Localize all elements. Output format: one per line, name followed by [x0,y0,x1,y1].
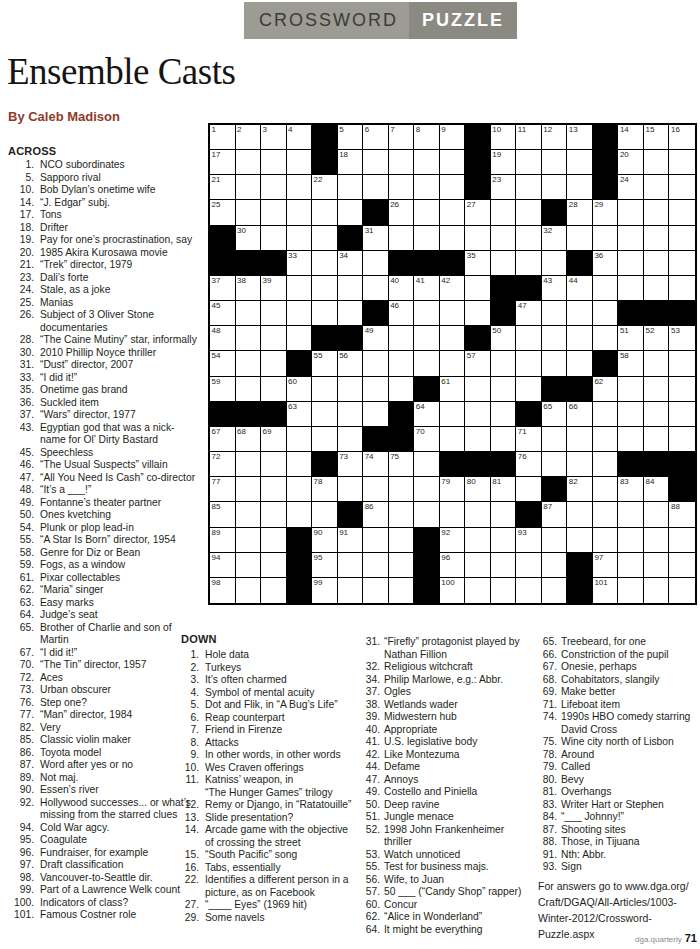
cell-r3c6[interactable] [338,175,364,200]
cell-r15c17[interactable]: 83 [618,477,644,502]
cell-r17c1[interactable]: 89 [210,528,236,553]
cell-r16c12[interactable] [491,502,517,527]
cell-r1c19[interactable]: 16 [669,125,695,150]
cell-r14c1[interactable]: 72 [210,452,236,477]
cell-r19c5[interactable]: 99 [312,578,338,603]
cell-r7c6[interactable] [338,276,364,301]
cell-r17c14[interactable] [542,528,568,553]
cell-r4c4[interactable] [287,200,313,225]
cell-r19c17[interactable] [618,578,644,603]
cell-r1c14[interactable]: 12 [542,125,568,150]
cell-r5c12[interactable] [491,226,517,251]
cell-r9c2[interactable] [236,326,262,351]
cell-r17c2[interactable] [236,528,262,553]
cell-r19c18[interactable] [644,578,670,603]
cell-r2c10[interactable] [440,150,466,175]
cell-r10c15[interactable] [567,351,593,376]
cell-r13c6[interactable] [338,427,364,452]
cell-r12c9[interactable]: 64 [414,402,440,427]
cell-r19c7[interactable] [363,578,389,603]
cell-r4c18[interactable] [644,200,670,225]
cell-r7c19[interactable] [669,276,695,301]
cell-r13c15[interactable] [567,427,593,452]
cell-r16c14[interactable]: 87 [542,502,568,527]
cell-r15c13[interactable] [516,477,542,502]
cell-r15c4[interactable] [287,477,313,502]
cell-r6c7[interactable] [363,251,389,276]
cell-r4c3[interactable] [261,200,287,225]
cell-r1c18[interactable]: 15 [644,125,670,150]
cell-r17c19[interactable] [669,528,695,553]
cell-r16c8[interactable] [389,502,415,527]
cell-r6c4[interactable]: 33 [287,251,313,276]
cell-r10c6[interactable]: 56 [338,351,364,376]
cell-r15c3[interactable] [261,477,287,502]
cell-r10c7[interactable] [363,351,389,376]
cell-r2c6[interactable]: 18 [338,150,364,175]
cell-r8c14[interactable] [542,301,568,326]
cell-r13c19[interactable] [669,427,695,452]
cell-r1c3[interactable]: 3 [261,125,287,150]
cell-r7c10[interactable]: 42 [440,276,466,301]
cell-r1c6[interactable]: 5 [338,125,364,150]
cell-r13c17[interactable] [618,427,644,452]
cell-r16c4[interactable] [287,502,313,527]
cell-r9c4[interactable] [287,326,313,351]
cell-r11c18[interactable] [644,377,670,402]
cell-r2c1[interactable]: 17 [210,150,236,175]
cell-r9c18[interactable]: 52 [644,326,670,351]
cell-r12c11[interactable] [465,402,491,427]
cell-r13c5[interactable] [312,427,338,452]
cell-r7c1[interactable]: 37 [210,276,236,301]
cell-r11c8[interactable] [389,377,415,402]
cell-r15c11[interactable]: 80 [465,477,491,502]
cell-r8c1[interactable]: 45 [210,301,236,326]
cell-r8c10[interactable] [440,301,466,326]
cell-r10c13[interactable] [516,351,542,376]
cell-r11c4[interactable]: 60 [287,377,313,402]
cell-r1c15[interactable]: 13 [567,125,593,150]
cell-r19c1[interactable]: 98 [210,578,236,603]
cell-r4c17[interactable] [618,200,644,225]
cell-r19c11[interactable] [465,578,491,603]
cell-r11c3[interactable] [261,377,287,402]
cell-r4c15[interactable]: 28 [567,200,593,225]
cell-r14c4[interactable] [287,452,313,477]
cell-r17c11[interactable] [465,528,491,553]
cell-r19c12[interactable] [491,578,517,603]
cell-r18c18[interactable] [644,553,670,578]
cell-r6c16[interactable]: 36 [593,251,619,276]
cell-r19c14[interactable] [542,578,568,603]
cell-r3c13[interactable] [516,175,542,200]
cell-r4c12[interactable] [491,200,517,225]
cell-r7c11[interactable] [465,276,491,301]
cell-r4c1[interactable]: 25 [210,200,236,225]
cell-r12c17[interactable] [618,402,644,427]
cell-r11c13[interactable] [516,377,542,402]
cell-r19c6[interactable] [338,578,364,603]
cell-r13c2[interactable]: 68 [236,427,262,452]
cell-r13c13[interactable]: 71 [516,427,542,452]
cell-r16c19[interactable]: 88 [669,502,695,527]
cell-r19c16[interactable]: 101 [593,578,619,603]
cell-r16c10[interactable] [440,502,466,527]
cell-r1c1[interactable]: 1 [210,125,236,150]
cell-r17c7[interactable] [363,528,389,553]
cell-r10c11[interactable]: 57 [465,351,491,376]
cell-r5c2[interactable]: 30 [236,226,262,251]
cell-r5c10[interactable] [440,226,466,251]
cell-r10c10[interactable] [440,351,466,376]
cell-r14c14[interactable] [542,452,568,477]
cell-r12c10[interactable] [440,402,466,427]
cell-r18c17[interactable] [618,553,644,578]
cell-r4c2[interactable] [236,200,262,225]
cell-r13c18[interactable] [644,427,670,452]
cell-r6c12[interactable] [491,251,517,276]
cell-r8c3[interactable] [261,301,287,326]
cell-r15c10[interactable]: 79 [440,477,466,502]
cell-r13c3[interactable]: 69 [261,427,287,452]
cell-r2c9[interactable] [414,150,440,175]
cell-r14c7[interactable]: 74 [363,452,389,477]
cell-r19c2[interactable] [236,578,262,603]
cell-r10c3[interactable] [261,351,287,376]
cell-r11c7[interactable] [363,377,389,402]
cell-r17c6[interactable]: 91 [338,528,364,553]
cell-r13c14[interactable] [542,427,568,452]
cell-r6c5[interactable] [312,251,338,276]
cell-r5c5[interactable] [312,226,338,251]
cell-r18c16[interactable]: 97 [593,553,619,578]
cell-r14c13[interactable]: 76 [516,452,542,477]
cell-r19c13[interactable] [516,578,542,603]
cell-r16c11[interactable] [465,502,491,527]
cell-r13c10[interactable] [440,427,466,452]
cell-r10c14[interactable] [542,351,568,376]
cell-r8c9[interactable] [414,301,440,326]
cell-r17c10[interactable]: 92 [440,528,466,553]
cell-r1c10[interactable]: 9 [440,125,466,150]
cell-r4c10[interactable] [440,200,466,225]
cell-r19c19[interactable] [669,578,695,603]
cell-r2c7[interactable] [363,150,389,175]
cell-r17c5[interactable]: 90 [312,528,338,553]
cell-r18c8[interactable] [389,553,415,578]
cell-r17c12[interactable] [491,528,517,553]
cell-r16c16[interactable] [593,502,619,527]
cell-r7c14[interactable]: 43 [542,276,568,301]
cell-r12c15[interactable]: 66 [567,402,593,427]
cell-r4c11[interactable]: 27 [465,200,491,225]
cell-r2c12[interactable]: 19 [491,150,517,175]
cell-r18c10[interactable]: 96 [440,553,466,578]
cell-r14c16[interactable] [593,452,619,477]
cell-r9c3[interactable] [261,326,287,351]
cell-r8c15[interactable] [567,301,593,326]
cell-r18c13[interactable] [516,553,542,578]
cell-r5c15[interactable] [567,226,593,251]
cell-r3c4[interactable] [287,175,313,200]
cell-r8c5[interactable] [312,301,338,326]
cell-r1c12[interactable]: 10 [491,125,517,150]
cell-r11c19[interactable] [669,377,695,402]
cell-r3c8[interactable] [389,175,415,200]
cell-r8c4[interactable] [287,301,313,326]
cell-r16c15[interactable] [567,502,593,527]
cell-r16c18[interactable] [644,502,670,527]
cell-r3c2[interactable] [236,175,262,200]
cell-r16c17[interactable] [618,502,644,527]
cell-r11c10[interactable]: 61 [440,377,466,402]
cell-r18c14[interactable] [542,553,568,578]
cell-r13c11[interactable] [465,427,491,452]
cell-r15c12[interactable]: 81 [491,477,517,502]
cell-r12c6[interactable] [338,402,364,427]
cell-r4c9[interactable] [414,200,440,225]
cell-r9c19[interactable]: 53 [669,326,695,351]
cell-r2c15[interactable] [567,150,593,175]
cell-r1c4[interactable]: 4 [287,125,313,150]
cell-r1c8[interactable]: 7 [389,125,415,150]
cell-r12c14[interactable]: 65 [542,402,568,427]
cell-r14c15[interactable] [567,452,593,477]
cell-r17c3[interactable] [261,528,287,553]
cell-r3c10[interactable] [440,175,466,200]
cell-r18c3[interactable] [261,553,287,578]
cell-r15c5[interactable]: 78 [312,477,338,502]
cell-r17c17[interactable] [618,528,644,553]
cell-r16c1[interactable]: 85 [210,502,236,527]
cell-r2c19[interactable] [669,150,695,175]
cell-r15c1[interactable]: 77 [210,477,236,502]
cell-r17c18[interactable] [644,528,670,553]
cell-r5c9[interactable] [414,226,440,251]
cell-r9c7[interactable]: 49 [363,326,389,351]
cell-r11c1[interactable]: 59 [210,377,236,402]
cell-r12c16[interactable] [593,402,619,427]
cell-r4c8[interactable]: 26 [389,200,415,225]
cell-r6c13[interactable] [516,251,542,276]
cell-r7c9[interactable]: 41 [414,276,440,301]
cell-r11c5[interactable] [312,377,338,402]
cell-r5c11[interactable] [465,226,491,251]
cell-r9c14[interactable] [542,326,568,351]
cell-r18c1[interactable]: 94 [210,553,236,578]
cell-r6c17[interactable] [618,251,644,276]
cell-r4c6[interactable] [338,200,364,225]
cell-r4c19[interactable] [669,200,695,225]
cell-r7c4[interactable] [287,276,313,301]
cell-r5c3[interactable] [261,226,287,251]
cell-r14c9[interactable] [414,452,440,477]
cell-r16c9[interactable] [414,502,440,527]
cell-r14c3[interactable] [261,452,287,477]
cell-r12c7[interactable] [363,402,389,427]
cell-r10c9[interactable] [414,351,440,376]
cell-r3c5[interactable]: 22 [312,175,338,200]
cell-r16c2[interactable] [236,502,262,527]
cell-r10c12[interactable] [491,351,517,376]
cell-r8c8[interactable]: 46 [389,301,415,326]
cell-r10c5[interactable]: 55 [312,351,338,376]
cell-r5c17[interactable] [618,226,644,251]
cell-r8c2[interactable] [236,301,262,326]
cell-r5c8[interactable] [389,226,415,251]
cell-r5c18[interactable] [644,226,670,251]
cell-r3c14[interactable] [542,175,568,200]
cell-r15c9[interactable] [414,477,440,502]
cell-r3c17[interactable]: 24 [618,175,644,200]
cell-r17c16[interactable] [593,528,619,553]
cell-r15c18[interactable]: 84 [644,477,670,502]
cell-r2c3[interactable] [261,150,287,175]
cell-r2c14[interactable] [542,150,568,175]
cell-r7c16[interactable] [593,276,619,301]
cell-r14c2[interactable] [236,452,262,477]
cell-r10c18[interactable] [644,351,670,376]
cell-r3c1[interactable]: 21 [210,175,236,200]
cell-r9c10[interactable] [440,326,466,351]
cell-r2c8[interactable] [389,150,415,175]
cell-r1c13[interactable]: 11 [516,125,542,150]
cell-r9c16[interactable] [593,326,619,351]
cell-r5c16[interactable] [593,226,619,251]
cell-r11c6[interactable] [338,377,364,402]
cell-r12c19[interactable] [669,402,695,427]
cell-r7c3[interactable]: 39 [261,276,287,301]
cell-r9c9[interactable] [414,326,440,351]
cell-r11c11[interactable] [465,377,491,402]
cell-r9c15[interactable] [567,326,593,351]
cell-r8c11[interactable] [465,301,491,326]
cell-r13c16[interactable] [593,427,619,452]
cell-r10c1[interactable]: 54 [210,351,236,376]
cell-r9c8[interactable] [389,326,415,351]
cell-r12c5[interactable] [312,402,338,427]
cell-r18c19[interactable] [669,553,695,578]
cell-r8c6[interactable] [338,301,364,326]
cell-r9c1[interactable]: 48 [210,326,236,351]
cell-r13c4[interactable] [287,427,313,452]
cell-r13c12[interactable] [491,427,517,452]
cell-r7c15[interactable]: 44 [567,276,593,301]
cell-r9c17[interactable]: 51 [618,326,644,351]
cell-r3c19[interactable] [669,175,695,200]
cell-r1c9[interactable]: 8 [414,125,440,150]
cell-r5c14[interactable]: 32 [542,226,568,251]
cell-r2c17[interactable]: 20 [618,150,644,175]
cell-r7c17[interactable] [618,276,644,301]
cell-r15c7[interactable] [363,477,389,502]
cell-r15c16[interactable] [593,477,619,502]
cell-r2c2[interactable] [236,150,262,175]
cell-r11c16[interactable]: 62 [593,377,619,402]
cell-r3c3[interactable] [261,175,287,200]
cell-r18c11[interactable] [465,553,491,578]
cell-r18c6[interactable] [338,553,364,578]
cell-r6c18[interactable] [644,251,670,276]
cell-r3c15[interactable] [567,175,593,200]
cell-r16c3[interactable] [261,502,287,527]
cell-r1c7[interactable]: 6 [363,125,389,150]
cell-r15c15[interactable]: 82 [567,477,593,502]
cell-r1c17[interactable]: 14 [618,125,644,150]
cell-r12c18[interactable] [644,402,670,427]
cell-r17c15[interactable] [567,528,593,553]
cell-r7c5[interactable] [312,276,338,301]
cell-r19c10[interactable]: 100 [440,578,466,603]
cell-r7c18[interactable] [644,276,670,301]
cell-r16c7[interactable]: 86 [363,502,389,527]
cell-r5c7[interactable]: 31 [363,226,389,251]
cell-r9c12[interactable]: 50 [491,326,517,351]
cell-r13c9[interactable]: 70 [414,427,440,452]
cell-r10c19[interactable] [669,351,695,376]
cell-r10c17[interactable]: 58 [618,351,644,376]
cell-r7c7[interactable] [363,276,389,301]
cell-r2c4[interactable] [287,150,313,175]
cell-r6c14[interactable] [542,251,568,276]
cell-r18c5[interactable]: 95 [312,553,338,578]
cell-r19c8[interactable] [389,578,415,603]
cell-r9c13[interactable] [516,326,542,351]
cell-r12c12[interactable] [491,402,517,427]
cell-r4c16[interactable]: 29 [593,200,619,225]
cell-r19c3[interactable] [261,578,287,603]
cell-r8c13[interactable]: 47 [516,301,542,326]
cell-r12c4[interactable]: 63 [287,402,313,427]
cell-r18c2[interactable] [236,553,262,578]
cell-r5c13[interactable] [516,226,542,251]
cell-r13c1[interactable]: 67 [210,427,236,452]
cell-r5c19[interactable] [669,226,695,251]
cell-r11c17[interactable] [618,377,644,402]
cell-r1c2[interactable]: 2 [236,125,262,150]
cell-r15c2[interactable] [236,477,262,502]
cell-r11c2[interactable] [236,377,262,402]
cell-r11c12[interactable] [491,377,517,402]
cell-r16c5[interactable] [312,502,338,527]
cell-r5c4[interactable] [287,226,313,251]
cell-r3c12[interactable]: 23 [491,175,517,200]
cell-r3c7[interactable] [363,175,389,200]
cell-r6c11[interactable]: 35 [465,251,491,276]
cell-r15c6[interactable] [338,477,364,502]
cell-r17c8[interactable] [389,528,415,553]
cell-r2c18[interactable] [644,150,670,175]
cell-r6c19[interactable] [669,251,695,276]
cell-r3c18[interactable] [644,175,670,200]
cell-r10c8[interactable] [389,351,415,376]
cell-r8c16[interactable] [593,301,619,326]
cell-r3c9[interactable] [414,175,440,200]
cell-r18c7[interactable] [363,553,389,578]
cell-r2c13[interactable] [516,150,542,175]
cell-r15c8[interactable] [389,477,415,502]
cell-r17c13[interactable]: 93 [516,528,542,553]
cell-r14c8[interactable]: 75 [389,452,415,477]
cell-r10c2[interactable] [236,351,262,376]
cell-r6c6[interactable]: 34 [338,251,364,276]
cell-r4c13[interactable] [516,200,542,225]
cell-r14c6[interactable]: 73 [338,452,364,477]
cell-r7c8[interactable]: 40 [389,276,415,301]
cell-r4c5[interactable] [312,200,338,225]
cell-r7c2[interactable]: 38 [236,276,262,301]
